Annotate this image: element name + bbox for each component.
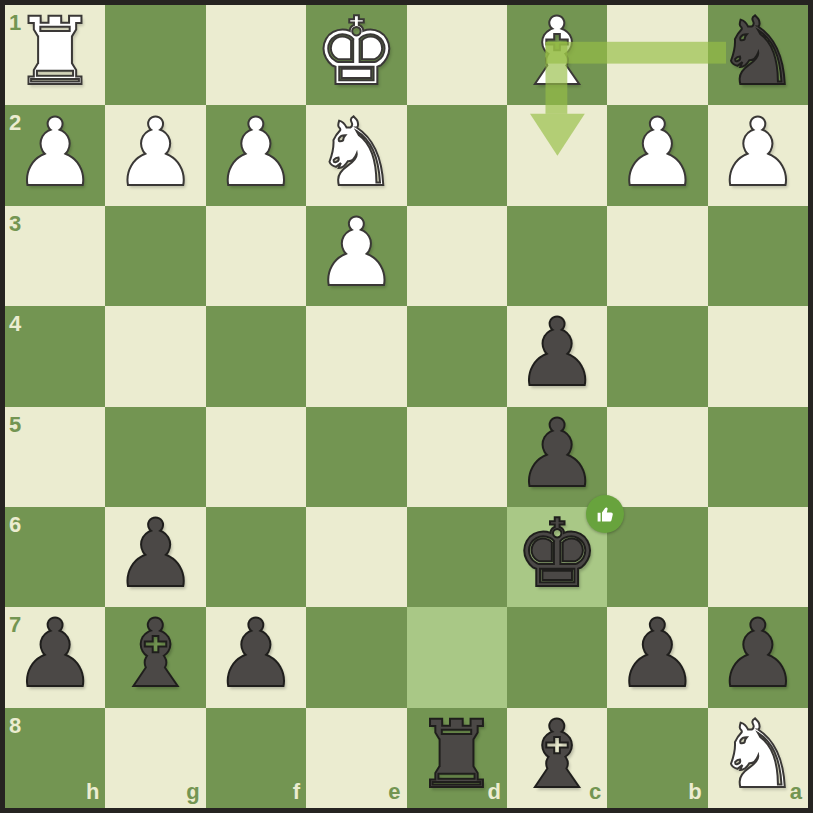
rank-label-6: 6 (9, 512, 21, 538)
black-pawn-g6[interactable]: ♟ (105, 507, 205, 607)
square-f8[interactable]: f (206, 708, 306, 808)
square-c7[interactable] (507, 607, 607, 707)
square-g4[interactable] (105, 306, 205, 406)
white-bishop-c1[interactable]: ♝ (507, 5, 607, 105)
square-d7[interactable] (407, 607, 507, 707)
square-a7[interactable]: ♟ (708, 607, 808, 707)
square-g2[interactable]: ♟ (105, 105, 205, 205)
square-d5[interactable] (407, 407, 507, 507)
square-h6[interactable]: 6 (5, 507, 105, 607)
square-g6[interactable]: ♟ (105, 507, 205, 607)
white-pawn-h2[interactable]: ♟ (5, 105, 105, 205)
square-e8[interactable]: e (306, 708, 406, 808)
square-d4[interactable] (407, 306, 507, 406)
square-f4[interactable] (206, 306, 306, 406)
square-a4[interactable] (708, 306, 808, 406)
rank-label-8: 8 (9, 713, 21, 739)
black-pawn-c4[interactable]: ♟ (507, 306, 607, 406)
white-king-e1[interactable]: ♚ (306, 5, 406, 105)
square-d6[interactable] (407, 507, 507, 607)
square-c5[interactable]: ♟ (507, 407, 607, 507)
chess-board[interactable]: 1♜♚♝♞2♟♟♟♞♟♟3♟4♟5♟6♟♚7♟♝♟♟♟8hgfed♜c♝ba♞ (5, 5, 808, 808)
square-b6[interactable] (607, 507, 707, 607)
square-b5[interactable] (607, 407, 707, 507)
file-label-e: e (388, 779, 400, 805)
white-knight-a8[interactable]: ♞ (708, 708, 808, 808)
black-bishop-c8[interactable]: ♝ (507, 708, 607, 808)
square-c8[interactable]: c♝ (507, 708, 607, 808)
square-a6[interactable] (708, 507, 808, 607)
square-e7[interactable] (306, 607, 406, 707)
square-f6[interactable] (206, 507, 306, 607)
square-h7[interactable]: 7♟ (5, 607, 105, 707)
square-a8[interactable]: a♞ (708, 708, 808, 808)
square-h4[interactable]: 4 (5, 306, 105, 406)
square-g1[interactable] (105, 5, 205, 105)
square-e4[interactable] (306, 306, 406, 406)
square-d2[interactable] (407, 105, 507, 205)
square-c3[interactable] (507, 206, 607, 306)
square-b1[interactable] (607, 5, 707, 105)
square-f3[interactable] (206, 206, 306, 306)
square-b8[interactable]: b (607, 708, 707, 808)
square-f2[interactable]: ♟ (206, 105, 306, 205)
rank-label-5: 5 (9, 412, 21, 438)
square-g3[interactable] (105, 206, 205, 306)
square-b3[interactable] (607, 206, 707, 306)
square-a5[interactable] (708, 407, 808, 507)
file-label-h: h (86, 779, 99, 805)
square-h1[interactable]: 1♜ (5, 5, 105, 105)
square-g7[interactable]: ♝ (105, 607, 205, 707)
square-b4[interactable] (607, 306, 707, 406)
file-label-b: b (688, 779, 701, 805)
file-label-f: f (293, 779, 300, 805)
square-c4[interactable]: ♟ (507, 306, 607, 406)
good-move-badge (586, 495, 624, 533)
square-f5[interactable] (206, 407, 306, 507)
square-e2[interactable]: ♞ (306, 105, 406, 205)
rank-label-3: 3 (9, 211, 21, 237)
white-rook-h1[interactable]: ♜ (5, 5, 105, 105)
white-knight-e2[interactable]: ♞ (306, 105, 406, 205)
square-f7[interactable]: ♟ (206, 607, 306, 707)
white-pawn-a2[interactable]: ♟ (708, 105, 808, 205)
black-pawn-h7[interactable]: ♟ (5, 607, 105, 707)
square-h5[interactable]: 5 (5, 407, 105, 507)
black-bishop-g7[interactable]: ♝ (105, 607, 205, 707)
square-c1[interactable]: ♝ (507, 5, 607, 105)
square-d1[interactable] (407, 5, 507, 105)
square-d3[interactable] (407, 206, 507, 306)
square-a3[interactable] (708, 206, 808, 306)
thumbs-up-icon (595, 504, 616, 525)
black-pawn-a7[interactable]: ♟ (708, 607, 808, 707)
white-pawn-g2[interactable]: ♟ (105, 105, 205, 205)
square-h8[interactable]: 8h (5, 708, 105, 808)
square-h3[interactable]: 3 (5, 206, 105, 306)
black-pawn-f7[interactable]: ♟ (206, 607, 306, 707)
square-e5[interactable] (306, 407, 406, 507)
square-e1[interactable]: ♚ (306, 5, 406, 105)
square-e6[interactable] (306, 507, 406, 607)
square-e3[interactable]: ♟ (306, 206, 406, 306)
square-g5[interactable] (105, 407, 205, 507)
square-d8[interactable]: d♜ (407, 708, 507, 808)
black-pawn-c5[interactable]: ♟ (507, 407, 607, 507)
white-pawn-f2[interactable]: ♟ (206, 105, 306, 205)
white-pawn-e3[interactable]: ♟ (306, 206, 406, 306)
square-a2[interactable]: ♟ (708, 105, 808, 205)
square-f1[interactable] (206, 5, 306, 105)
square-h2[interactable]: 2♟ (5, 105, 105, 205)
file-label-g: g (186, 779, 199, 805)
black-pawn-b7[interactable]: ♟ (607, 607, 707, 707)
white-pawn-b2[interactable]: ♟ (607, 105, 707, 205)
black-knight-a1[interactable]: ♞ (708, 5, 808, 105)
square-g8[interactable]: g (105, 708, 205, 808)
rank-label-4: 4 (9, 311, 21, 337)
black-rook-d8[interactable]: ♜ (407, 708, 507, 808)
square-a1[interactable]: ♞ (708, 5, 808, 105)
square-c2[interactable] (507, 105, 607, 205)
square-b7[interactable]: ♟ (607, 607, 707, 707)
square-b2[interactable]: ♟ (607, 105, 707, 205)
